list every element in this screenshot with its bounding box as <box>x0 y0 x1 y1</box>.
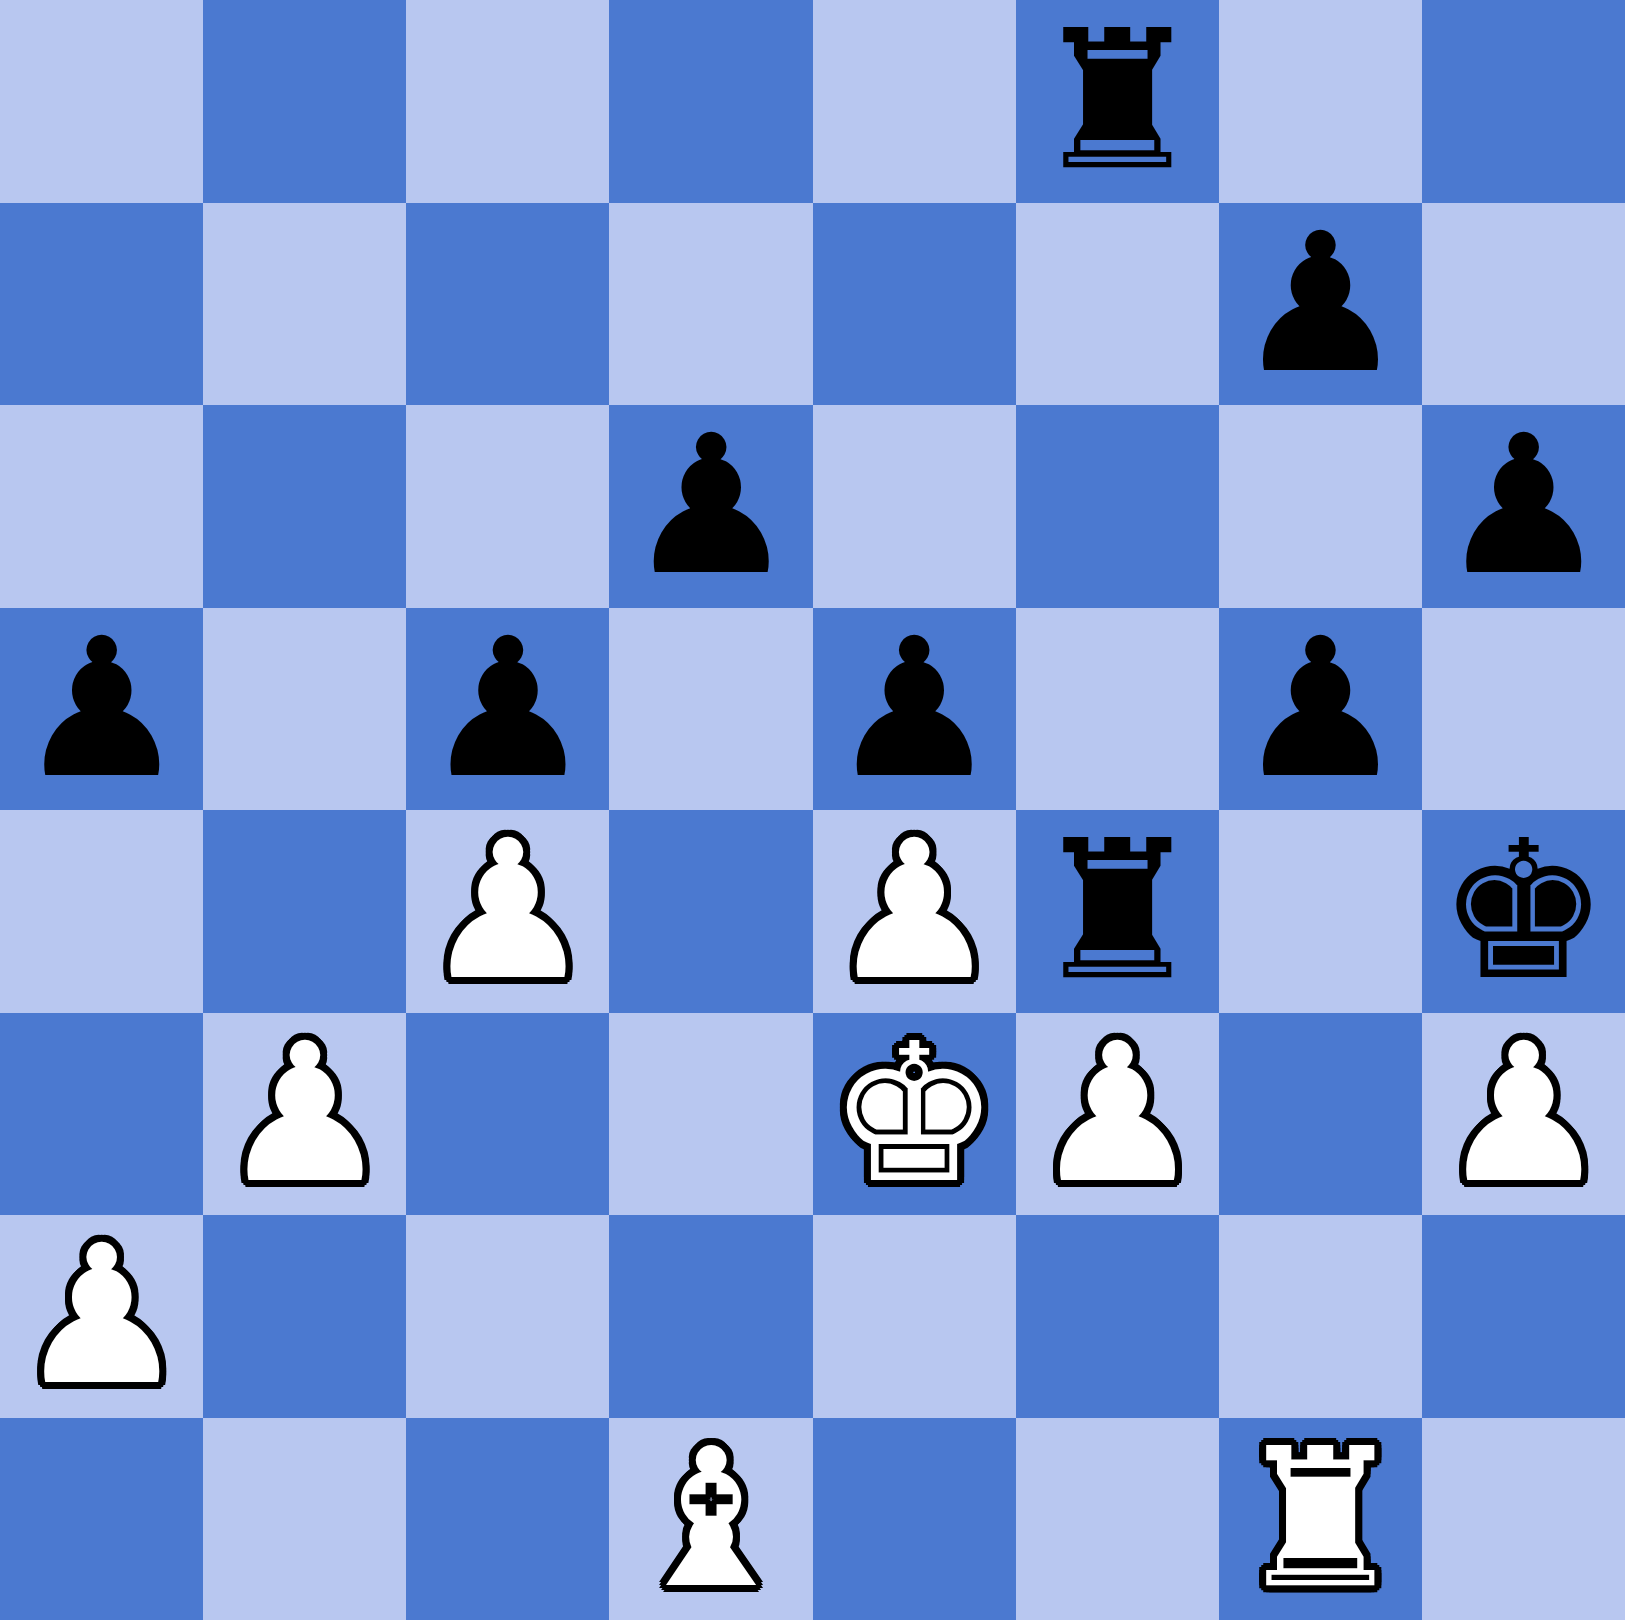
piece-black-pawn: ♟ <box>625 410 797 602</box>
square-e8[interactable] <box>813 0 1016 203</box>
square-b1[interactable] <box>203 1418 406 1620</box>
square-d6[interactable]: ♟ <box>609 405 812 608</box>
square-g1[interactable]: ♜ <box>1219 1418 1422 1620</box>
piece-white-pawn: ♟ <box>1437 1018 1609 1210</box>
piece-white-pawn: ♟ <box>219 1018 391 1210</box>
piece-black-pawn: ♟ <box>16 613 188 805</box>
square-g6[interactable] <box>1219 405 1422 608</box>
square-e5[interactable]: ♟ <box>813 608 1016 811</box>
square-b8[interactable] <box>203 0 406 203</box>
square-h3[interactable]: ♟ <box>1422 1013 1625 1216</box>
square-f8[interactable]: ♜ <box>1016 0 1219 203</box>
piece-black-pawn: ♟ <box>828 613 1000 805</box>
square-g8[interactable] <box>1219 0 1422 203</box>
square-f7[interactable] <box>1016 203 1219 406</box>
piece-white-pawn: ♟ <box>422 815 594 1007</box>
piece-white-king: ♚ <box>828 1018 1000 1210</box>
square-f3[interactable]: ♟ <box>1016 1013 1219 1216</box>
square-g5[interactable]: ♟ <box>1219 608 1422 811</box>
square-a4[interactable] <box>0 810 203 1013</box>
square-h4[interactable]: ♚ <box>1422 810 1625 1013</box>
chess-board: ♜♟♟♟♟♟♟♟♟♟♜♚♟♚♟♟♟♝♜ <box>0 0 1625 1620</box>
square-d3[interactable] <box>609 1013 812 1216</box>
square-c1[interactable] <box>406 1418 609 1620</box>
square-f4[interactable]: ♜ <box>1016 810 1219 1013</box>
square-c6[interactable] <box>406 405 609 608</box>
square-g7[interactable]: ♟ <box>1219 203 1422 406</box>
square-h6[interactable]: ♟ <box>1422 405 1625 608</box>
square-e1[interactable] <box>813 1418 1016 1620</box>
piece-white-pawn: ♟ <box>828 815 1000 1007</box>
square-f5[interactable] <box>1016 608 1219 811</box>
piece-black-rook: ♜ <box>1031 5 1203 197</box>
square-d1[interactable]: ♝ <box>609 1418 812 1620</box>
square-a1[interactable] <box>0 1418 203 1620</box>
piece-white-pawn: ♟ <box>1031 1018 1203 1210</box>
piece-white-bishop: ♝ <box>625 1423 797 1615</box>
square-e6[interactable] <box>813 405 1016 608</box>
square-e4[interactable]: ♟ <box>813 810 1016 1013</box>
square-h8[interactable] <box>1422 0 1625 203</box>
square-g4[interactable] <box>1219 810 1422 1013</box>
square-c4[interactable]: ♟ <box>406 810 609 1013</box>
piece-black-king: ♚ <box>1437 815 1609 1007</box>
piece-black-pawn: ♟ <box>1437 410 1609 602</box>
piece-black-rook: ♜ <box>1031 815 1203 1007</box>
square-f2[interactable] <box>1016 1215 1219 1418</box>
square-d5[interactable] <box>609 608 812 811</box>
square-b7[interactable] <box>203 203 406 406</box>
square-b6[interactable] <box>203 405 406 608</box>
square-h5[interactable] <box>1422 608 1625 811</box>
square-a6[interactable] <box>0 405 203 608</box>
square-a5[interactable]: ♟ <box>0 608 203 811</box>
piece-black-pawn: ♟ <box>1234 613 1406 805</box>
square-a3[interactable] <box>0 1013 203 1216</box>
square-b5[interactable] <box>203 608 406 811</box>
square-e2[interactable] <box>813 1215 1016 1418</box>
square-f6[interactable] <box>1016 405 1219 608</box>
square-g3[interactable] <box>1219 1013 1422 1216</box>
square-c2[interactable] <box>406 1215 609 1418</box>
square-h2[interactable] <box>1422 1215 1625 1418</box>
square-e7[interactable] <box>813 203 1016 406</box>
square-h7[interactable] <box>1422 203 1625 406</box>
square-f1[interactable] <box>1016 1418 1219 1620</box>
square-c3[interactable] <box>406 1013 609 1216</box>
piece-black-pawn: ♟ <box>422 613 594 805</box>
piece-black-pawn: ♟ <box>1234 208 1406 400</box>
square-d7[interactable] <box>609 203 812 406</box>
square-c8[interactable] <box>406 0 609 203</box>
square-g2[interactable] <box>1219 1215 1422 1418</box>
square-b2[interactable] <box>203 1215 406 1418</box>
square-h1[interactable] <box>1422 1418 1625 1620</box>
square-c7[interactable] <box>406 203 609 406</box>
square-d8[interactable] <box>609 0 812 203</box>
square-b4[interactable] <box>203 810 406 1013</box>
square-d2[interactable] <box>609 1215 812 1418</box>
square-c5[interactable]: ♟ <box>406 608 609 811</box>
square-a2[interactable]: ♟ <box>0 1215 203 1418</box>
piece-white-rook: ♜ <box>1234 1423 1406 1615</box>
piece-white-pawn: ♟ <box>16 1220 188 1412</box>
square-e3[interactable]: ♚ <box>813 1013 1016 1216</box>
square-a7[interactable] <box>0 203 203 406</box>
square-b3[interactable]: ♟ <box>203 1013 406 1216</box>
square-d4[interactable] <box>609 810 812 1013</box>
square-a8[interactable] <box>0 0 203 203</box>
